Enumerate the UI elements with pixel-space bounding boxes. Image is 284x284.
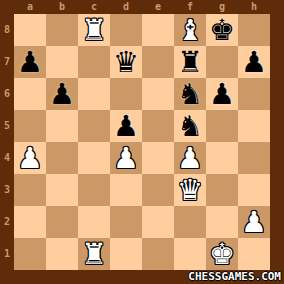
white-rook-c8: ♜ bbox=[81, 14, 107, 46]
square-h4[interactable] bbox=[238, 142, 270, 174]
square-b6[interactable]: ♟ bbox=[46, 78, 78, 110]
white-pawn-f4: ♟ bbox=[177, 142, 203, 174]
square-g7[interactable] bbox=[206, 46, 238, 78]
square-h2[interactable]: ♟ bbox=[238, 206, 270, 238]
square-e3[interactable] bbox=[142, 174, 174, 206]
square-a2[interactable] bbox=[14, 206, 46, 238]
square-c5[interactable] bbox=[78, 110, 110, 142]
square-a5[interactable] bbox=[14, 110, 46, 142]
square-c8[interactable]: ♜ bbox=[78, 14, 110, 46]
black-pawn-h7: ♟ bbox=[241, 46, 267, 78]
square-h8[interactable] bbox=[238, 14, 270, 46]
square-a4[interactable]: ♟ bbox=[14, 142, 46, 174]
square-b4[interactable] bbox=[46, 142, 78, 174]
square-a3[interactable] bbox=[14, 174, 46, 206]
square-f5[interactable]: ♞ bbox=[174, 110, 206, 142]
file-label-h: h bbox=[238, 0, 270, 14]
white-bishop-f8: ♝ bbox=[177, 14, 203, 46]
square-g5[interactable] bbox=[206, 110, 238, 142]
square-c6[interactable] bbox=[78, 78, 110, 110]
rank-label-7: 7 bbox=[0, 46, 14, 78]
white-king-g1: ♚ bbox=[209, 238, 235, 270]
square-f6[interactable]: ♞ bbox=[174, 78, 206, 110]
square-g8[interactable]: ♚ bbox=[206, 14, 238, 46]
square-e6[interactable] bbox=[142, 78, 174, 110]
square-d6[interactable] bbox=[110, 78, 142, 110]
square-a1[interactable] bbox=[14, 238, 46, 270]
file-label-c: c bbox=[78, 0, 110, 14]
square-d4[interactable]: ♟ bbox=[110, 142, 142, 174]
square-d8[interactable] bbox=[110, 14, 142, 46]
square-d3[interactable] bbox=[110, 174, 142, 206]
square-g6[interactable]: ♟ bbox=[206, 78, 238, 110]
black-rook-f7: ♜ bbox=[177, 46, 203, 78]
square-f1[interactable] bbox=[174, 238, 206, 270]
black-pawn-a7: ♟ bbox=[17, 46, 43, 78]
board-frame: abcdefgh 87654321 ♜♝♚♟♛♜♟♟♞♟♟♞♟♟♟♛♟♜♚ CH… bbox=[0, 0, 284, 284]
square-c2[interactable] bbox=[78, 206, 110, 238]
square-g4[interactable] bbox=[206, 142, 238, 174]
black-queen-d7: ♛ bbox=[113, 46, 139, 78]
file-labels: abcdefgh bbox=[14, 0, 270, 14]
square-h1[interactable] bbox=[238, 238, 270, 270]
file-label-d: d bbox=[110, 0, 142, 14]
square-b8[interactable] bbox=[46, 14, 78, 46]
file-label-e: e bbox=[142, 0, 174, 14]
file-label-a: a bbox=[14, 0, 46, 14]
black-pawn-d5: ♟ bbox=[113, 110, 139, 142]
square-e1[interactable] bbox=[142, 238, 174, 270]
black-knight-f6: ♞ bbox=[177, 78, 203, 110]
square-f8[interactable]: ♝ bbox=[174, 14, 206, 46]
rank-label-2: 2 bbox=[0, 206, 14, 238]
square-f4[interactable]: ♟ bbox=[174, 142, 206, 174]
black-knight-f5: ♞ bbox=[177, 110, 203, 142]
square-g3[interactable] bbox=[206, 174, 238, 206]
file-label-f: f bbox=[174, 0, 206, 14]
rank-label-5: 5 bbox=[0, 110, 14, 142]
square-b1[interactable] bbox=[46, 238, 78, 270]
square-f7[interactable]: ♜ bbox=[174, 46, 206, 78]
square-c4[interactable] bbox=[78, 142, 110, 174]
rank-label-3: 3 bbox=[0, 174, 14, 206]
square-h7[interactable]: ♟ bbox=[238, 46, 270, 78]
rank-label-8: 8 bbox=[0, 14, 14, 46]
square-d2[interactable] bbox=[110, 206, 142, 238]
file-label-g: g bbox=[206, 0, 238, 14]
square-d1[interactable] bbox=[110, 238, 142, 270]
rank-label-1: 1 bbox=[0, 238, 14, 270]
square-g2[interactable] bbox=[206, 206, 238, 238]
square-c3[interactable] bbox=[78, 174, 110, 206]
square-h6[interactable] bbox=[238, 78, 270, 110]
board: ♜♝♚♟♛♜♟♟♞♟♟♞♟♟♟♛♟♜♚ bbox=[14, 14, 270, 270]
file-label-b: b bbox=[46, 0, 78, 14]
rank-labels: 87654321 bbox=[0, 14, 14, 270]
square-b2[interactable] bbox=[46, 206, 78, 238]
square-g1[interactable]: ♚ bbox=[206, 238, 238, 270]
square-h3[interactable] bbox=[238, 174, 270, 206]
square-b7[interactable] bbox=[46, 46, 78, 78]
square-a7[interactable]: ♟ bbox=[14, 46, 46, 78]
square-e8[interactable] bbox=[142, 14, 174, 46]
black-pawn-b6: ♟ bbox=[49, 78, 75, 110]
chessgames-logo: CHESSGAMES.COM bbox=[188, 271, 281, 283]
square-b5[interactable] bbox=[46, 110, 78, 142]
square-e7[interactable] bbox=[142, 46, 174, 78]
rank-label-6: 6 bbox=[0, 78, 14, 110]
white-pawn-d4: ♟ bbox=[113, 142, 139, 174]
square-f3[interactable]: ♛ bbox=[174, 174, 206, 206]
square-d7[interactable]: ♛ bbox=[110, 46, 142, 78]
rank-label-4: 4 bbox=[0, 142, 14, 174]
square-e4[interactable] bbox=[142, 142, 174, 174]
square-c1[interactable]: ♜ bbox=[78, 238, 110, 270]
square-f2[interactable] bbox=[174, 206, 206, 238]
square-h5[interactable] bbox=[238, 110, 270, 142]
square-b3[interactable] bbox=[46, 174, 78, 206]
black-king-g8: ♚ bbox=[209, 14, 235, 46]
black-pawn-g6: ♟ bbox=[209, 78, 235, 110]
white-pawn-a4: ♟ bbox=[17, 142, 43, 174]
white-rook-c1: ♜ bbox=[81, 238, 107, 270]
square-c7[interactable] bbox=[78, 46, 110, 78]
white-queen-f3: ♛ bbox=[177, 174, 203, 206]
square-d5[interactable]: ♟ bbox=[110, 110, 142, 142]
square-e2[interactable] bbox=[142, 206, 174, 238]
square-e5[interactable] bbox=[142, 110, 174, 142]
white-pawn-h2: ♟ bbox=[241, 206, 267, 238]
square-a8[interactable] bbox=[14, 14, 46, 46]
square-a6[interactable] bbox=[14, 78, 46, 110]
